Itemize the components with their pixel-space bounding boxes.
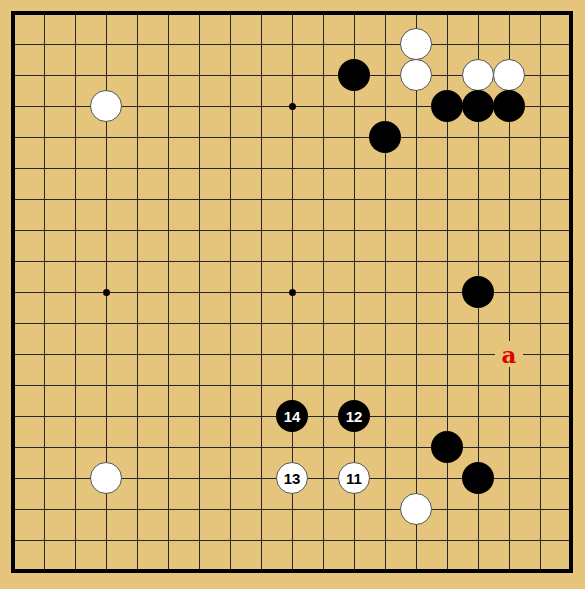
intersection-H17 — [215, 60, 246, 91]
intersection-K4: 13 — [277, 463, 308, 494]
intersection-C2 — [60, 525, 91, 556]
intersection-D2 — [91, 525, 122, 556]
intersection-R12 — [494, 215, 525, 246]
intersection-B5 — [29, 432, 60, 463]
intersection-P10 — [432, 277, 463, 308]
intersection-L15 — [308, 122, 339, 153]
intersection-A14 — [0, 153, 29, 184]
intersection-N18 — [370, 29, 401, 60]
intersection-P14 — [432, 153, 463, 184]
white-stone-D4 — [90, 462, 122, 494]
intersection-S16 — [525, 91, 556, 122]
white-stone-R17 — [493, 59, 525, 91]
intersection-D9 — [91, 308, 122, 339]
intersection-P7 — [432, 370, 463, 401]
intersection-A19 — [0, 0, 29, 29]
intersection-H15 — [215, 122, 246, 153]
intersection-B3 — [29, 494, 60, 525]
intersection-B17 — [29, 60, 60, 91]
intersection-S5 — [525, 432, 556, 463]
intersection-D18 — [91, 29, 122, 60]
intersection-N15 — [370, 122, 401, 153]
intersection-T1 — [556, 556, 585, 587]
intersection-A15 — [0, 122, 29, 153]
intersection-L6 — [308, 401, 339, 432]
intersection-O13 — [401, 184, 432, 215]
intersection-O1 — [401, 556, 432, 587]
intersection-T18 — [556, 29, 585, 60]
black-stone-N15 — [369, 121, 401, 153]
intersection-Q4 — [463, 463, 494, 494]
intersection-P5 — [432, 432, 463, 463]
intersection-B13 — [29, 184, 60, 215]
black-stone-Q10 — [462, 276, 494, 308]
intersection-G16 — [184, 91, 215, 122]
intersection-G7 — [184, 370, 215, 401]
intersection-C13 — [60, 184, 91, 215]
intersection-J16 — [246, 91, 277, 122]
intersection-E8 — [122, 339, 153, 370]
intersection-Q10 — [463, 277, 494, 308]
intersection-O15 — [401, 122, 432, 153]
intersection-F16 — [153, 91, 184, 122]
intersection-H2 — [215, 525, 246, 556]
intersection-T12 — [556, 215, 585, 246]
white-stone-O17 — [400, 59, 432, 91]
intersection-N7 — [370, 370, 401, 401]
intersection-D12 — [91, 215, 122, 246]
intersection-F1 — [153, 556, 184, 587]
intersection-H9 — [215, 308, 246, 339]
intersection-S10 — [525, 277, 556, 308]
intersection-M3 — [339, 494, 370, 525]
intersection-N2 — [370, 525, 401, 556]
intersection-B18 — [29, 29, 60, 60]
intersection-M8 — [339, 339, 370, 370]
intersection-S14 — [525, 153, 556, 184]
intersection-L13 — [308, 184, 339, 215]
intersection-J19 — [246, 0, 277, 29]
black-stone-Q16 — [462, 90, 494, 122]
intersection-G1 — [184, 556, 215, 587]
intersection-B16 — [29, 91, 60, 122]
intersection-F7 — [153, 370, 184, 401]
intersection-D15 — [91, 122, 122, 153]
intersection-D13 — [91, 184, 122, 215]
intersection-F12 — [153, 215, 184, 246]
intersection-B6 — [29, 401, 60, 432]
intersection-T7 — [556, 370, 585, 401]
intersection-Q5 — [463, 432, 494, 463]
intersection-E16 — [122, 91, 153, 122]
intersection-P4 — [432, 463, 463, 494]
intersection-N17 — [370, 60, 401, 91]
intersection-J10 — [246, 277, 277, 308]
intersection-M1 — [339, 556, 370, 587]
intersection-S19 — [525, 0, 556, 29]
intersection-L1 — [308, 556, 339, 587]
intersection-R18 — [494, 29, 525, 60]
intersection-P19 — [432, 0, 463, 29]
intersection-B8 — [29, 339, 60, 370]
intersection-P18 — [432, 29, 463, 60]
intersection-Q18 — [463, 29, 494, 60]
intersection-G14 — [184, 153, 215, 184]
black-stone-P5 — [431, 431, 463, 463]
intersection-P3 — [432, 494, 463, 525]
intersection-N14 — [370, 153, 401, 184]
intersection-L5 — [308, 432, 339, 463]
intersection-B9 — [29, 308, 60, 339]
white-stone-M4-move-11: 11 — [338, 462, 370, 494]
white-stone-O18 — [400, 28, 432, 60]
intersection-N8 — [370, 339, 401, 370]
intersection-B1 — [29, 556, 60, 587]
intersection-O10 — [401, 277, 432, 308]
intersection-Q1 — [463, 556, 494, 587]
intersection-T9 — [556, 308, 585, 339]
intersection-M15 — [339, 122, 370, 153]
intersection-N16 — [370, 91, 401, 122]
intersection-K16 — [277, 91, 308, 122]
black-stone-M6-move-12: 12 — [338, 400, 370, 432]
intersection-Q3 — [463, 494, 494, 525]
intersection-L7 — [308, 370, 339, 401]
white-stone-D16 — [90, 90, 122, 122]
intersection-N1 — [370, 556, 401, 587]
intersection-K18 — [277, 29, 308, 60]
intersection-D3 — [91, 494, 122, 525]
intersection-J14 — [246, 153, 277, 184]
intersection-K11 — [277, 246, 308, 277]
intersection-H1 — [215, 556, 246, 587]
intersection-C1 — [60, 556, 91, 587]
white-stone-K4-move-13: 13 — [276, 462, 308, 494]
intersection-C6 — [60, 401, 91, 432]
intersection-R1 — [494, 556, 525, 587]
intersection-N9 — [370, 308, 401, 339]
intersection-E19 — [122, 0, 153, 29]
intersection-O16 — [401, 91, 432, 122]
intersection-G10 — [184, 277, 215, 308]
intersection-O12 — [401, 215, 432, 246]
intersection-C8 — [60, 339, 91, 370]
intersection-S15 — [525, 122, 556, 153]
intersection-S12 — [525, 215, 556, 246]
intersection-T8 — [556, 339, 585, 370]
intersection-G11 — [184, 246, 215, 277]
intersection-G4 — [184, 463, 215, 494]
intersection-E4 — [122, 463, 153, 494]
intersection-J8 — [246, 339, 277, 370]
intersection-K17 — [277, 60, 308, 91]
intersection-A16 — [0, 91, 29, 122]
intersection-O11 — [401, 246, 432, 277]
intersection-E9 — [122, 308, 153, 339]
intersection-H14 — [215, 153, 246, 184]
star-point-D10 — [103, 289, 110, 296]
intersection-H18 — [215, 29, 246, 60]
star-point-K16 — [289, 103, 296, 110]
intersection-C5 — [60, 432, 91, 463]
intersection-E3 — [122, 494, 153, 525]
intersection-E1 — [122, 556, 153, 587]
intersection-A18 — [0, 29, 29, 60]
intersection-B4 — [29, 463, 60, 494]
intersection-M18 — [339, 29, 370, 60]
intersection-L12 — [308, 215, 339, 246]
intersection-S3 — [525, 494, 556, 525]
intersection-D19 — [91, 0, 122, 29]
intersection-S17 — [525, 60, 556, 91]
intersection-P2 — [432, 525, 463, 556]
black-stone-M17 — [338, 59, 370, 91]
intersection-F19 — [153, 0, 184, 29]
intersection-T4 — [556, 463, 585, 494]
intersection-E14 — [122, 153, 153, 184]
intersection-R2 — [494, 525, 525, 556]
intersection-E12 — [122, 215, 153, 246]
intersection-T13 — [556, 184, 585, 215]
intersection-S1 — [525, 556, 556, 587]
intersection-P9 — [432, 308, 463, 339]
intersection-J18 — [246, 29, 277, 60]
intersection-M19 — [339, 0, 370, 29]
intersection-C12 — [60, 215, 91, 246]
white-stone-O3 — [400, 493, 432, 525]
intersection-E13 — [122, 184, 153, 215]
intersection-N5 — [370, 432, 401, 463]
intersection-E6 — [122, 401, 153, 432]
intersection-E18 — [122, 29, 153, 60]
intersection-H13 — [215, 184, 246, 215]
intersection-G13 — [184, 184, 215, 215]
intersection-L2 — [308, 525, 339, 556]
intersection-M7 — [339, 370, 370, 401]
black-stone-R16 — [493, 90, 525, 122]
intersection-H10 — [215, 277, 246, 308]
intersection-O5 — [401, 432, 432, 463]
intersection-M2 — [339, 525, 370, 556]
intersection-L19 — [308, 0, 339, 29]
intersection-J5 — [246, 432, 277, 463]
black-stone-P16 — [431, 90, 463, 122]
intersection-G12 — [184, 215, 215, 246]
intersection-D5 — [91, 432, 122, 463]
intersection-A7 — [0, 370, 29, 401]
intersection-K15 — [277, 122, 308, 153]
intersection-F4 — [153, 463, 184, 494]
intersection-F5 — [153, 432, 184, 463]
intersection-O2 — [401, 525, 432, 556]
intersection-P15 — [432, 122, 463, 153]
intersection-D7 — [91, 370, 122, 401]
intersection-J3 — [246, 494, 277, 525]
intersection-M5 — [339, 432, 370, 463]
intersection-C19 — [60, 0, 91, 29]
white-stone-Q17 — [462, 59, 494, 91]
go-board[interactable]: a14121311 — [0, 0, 585, 589]
intersection-K12 — [277, 215, 308, 246]
intersection-H4 — [215, 463, 246, 494]
intersection-K8 — [277, 339, 308, 370]
intersection-O9 — [401, 308, 432, 339]
intersection-R10 — [494, 277, 525, 308]
intersection-G15 — [184, 122, 215, 153]
intersection-S9 — [525, 308, 556, 339]
intersection-A11 — [0, 246, 29, 277]
intersection-F11 — [153, 246, 184, 277]
intersection-P1 — [432, 556, 463, 587]
intersection-H3 — [215, 494, 246, 525]
intersection-R17 — [494, 60, 525, 91]
intersection-B11 — [29, 246, 60, 277]
intersection-H8 — [215, 339, 246, 370]
intersection-Q11 — [463, 246, 494, 277]
intersection-K19 — [277, 0, 308, 29]
intersection-R19 — [494, 0, 525, 29]
intersection-F14 — [153, 153, 184, 184]
intersection-L3 — [308, 494, 339, 525]
intersection-Q16 — [463, 91, 494, 122]
intersection-D11 — [91, 246, 122, 277]
intersection-E17 — [122, 60, 153, 91]
intersection-N12 — [370, 215, 401, 246]
intersection-A8 — [0, 339, 29, 370]
intersection-B7 — [29, 370, 60, 401]
intersection-O14 — [401, 153, 432, 184]
intersection-F2 — [153, 525, 184, 556]
intersection-A17 — [0, 60, 29, 91]
intersection-Q7 — [463, 370, 494, 401]
intersection-R9 — [494, 308, 525, 339]
intersection-A12 — [0, 215, 29, 246]
intersection-L11 — [308, 246, 339, 277]
intersection-A1 — [0, 556, 29, 587]
intersection-P8 — [432, 339, 463, 370]
label-a-R8: a — [495, 341, 523, 367]
intersection-K14 — [277, 153, 308, 184]
intersection-R3 — [494, 494, 525, 525]
intersection-F15 — [153, 122, 184, 153]
intersection-G9 — [184, 308, 215, 339]
intersection-C15 — [60, 122, 91, 153]
intersection-A9 — [0, 308, 29, 339]
intersection-H5 — [215, 432, 246, 463]
intersection-T15 — [556, 122, 585, 153]
intersection-G8 — [184, 339, 215, 370]
board-grid: a14121311 — [0, 0, 585, 587]
intersection-O6 — [401, 401, 432, 432]
intersection-T5 — [556, 432, 585, 463]
intersection-Q12 — [463, 215, 494, 246]
intersection-J6 — [246, 401, 277, 432]
intersection-G17 — [184, 60, 215, 91]
intersection-M13 — [339, 184, 370, 215]
intersection-N11 — [370, 246, 401, 277]
intersection-H6 — [215, 401, 246, 432]
intersection-A6 — [0, 401, 29, 432]
intersection-K6: 14 — [277, 401, 308, 432]
intersection-K7 — [277, 370, 308, 401]
intersection-Q14 — [463, 153, 494, 184]
intersection-N13 — [370, 184, 401, 215]
intersection-Q6 — [463, 401, 494, 432]
intersection-G2 — [184, 525, 215, 556]
intersection-A10 — [0, 277, 29, 308]
intersection-M10 — [339, 277, 370, 308]
intersection-R4 — [494, 463, 525, 494]
intersection-R16 — [494, 91, 525, 122]
intersection-C4 — [60, 463, 91, 494]
intersection-G5 — [184, 432, 215, 463]
intersection-L8 — [308, 339, 339, 370]
intersection-D6 — [91, 401, 122, 432]
intersection-N4 — [370, 463, 401, 494]
intersection-M14 — [339, 153, 370, 184]
intersection-Q17 — [463, 60, 494, 91]
intersection-P17 — [432, 60, 463, 91]
intersection-G18 — [184, 29, 215, 60]
intersection-Q13 — [463, 184, 494, 215]
intersection-J11 — [246, 246, 277, 277]
intersection-T6 — [556, 401, 585, 432]
intersection-C17 — [60, 60, 91, 91]
intersection-Q2 — [463, 525, 494, 556]
intersection-F3 — [153, 494, 184, 525]
intersection-H7 — [215, 370, 246, 401]
intersection-T17 — [556, 60, 585, 91]
intersection-G6 — [184, 401, 215, 432]
intersection-R13 — [494, 184, 525, 215]
intersection-C14 — [60, 153, 91, 184]
intersection-N3 — [370, 494, 401, 525]
intersection-J13 — [246, 184, 277, 215]
intersection-R5 — [494, 432, 525, 463]
intersection-L16 — [308, 91, 339, 122]
intersection-M4: 11 — [339, 463, 370, 494]
intersection-P6 — [432, 401, 463, 432]
intersection-C7 — [60, 370, 91, 401]
intersection-M17 — [339, 60, 370, 91]
intersection-S4 — [525, 463, 556, 494]
intersection-F9 — [153, 308, 184, 339]
intersection-D10 — [91, 277, 122, 308]
intersection-R8: a — [494, 339, 525, 370]
intersection-M11 — [339, 246, 370, 277]
intersection-D8 — [91, 339, 122, 370]
intersection-P16 — [432, 91, 463, 122]
intersection-D17 — [91, 60, 122, 91]
intersection-C9 — [60, 308, 91, 339]
intersection-L10 — [308, 277, 339, 308]
intersection-D14 — [91, 153, 122, 184]
intersection-R6 — [494, 401, 525, 432]
intersection-O18 — [401, 29, 432, 60]
intersection-N6 — [370, 401, 401, 432]
intersection-O8 — [401, 339, 432, 370]
intersection-F17 — [153, 60, 184, 91]
intersection-D1 — [91, 556, 122, 587]
intersection-Q19 — [463, 0, 494, 29]
intersection-O4 — [401, 463, 432, 494]
intersection-C3 — [60, 494, 91, 525]
intersection-E5 — [122, 432, 153, 463]
intersection-G19 — [184, 0, 215, 29]
intersection-K10 — [277, 277, 308, 308]
intersection-F8 — [153, 339, 184, 370]
intersection-O3 — [401, 494, 432, 525]
